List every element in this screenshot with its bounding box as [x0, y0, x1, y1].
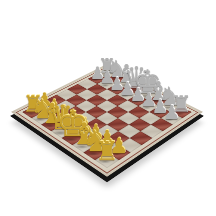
square-g2	[95, 138, 118, 152]
square-e1	[62, 131, 85, 145]
square-e3	[85, 118, 107, 131]
square-d1	[51, 125, 73, 138]
square-f2	[84, 131, 107, 145]
board-top-face	[11, 64, 203, 177]
square-h2	[107, 145, 131, 160]
square-g5	[129, 118, 151, 131]
square-h5	[140, 125, 162, 138]
square-h3	[119, 138, 142, 152]
square-h7	[161, 112, 183, 125]
square-d2	[63, 118, 85, 131]
square-h6	[151, 118, 173, 131]
square-g1	[83, 145, 107, 160]
chess-set-photo: ♜♞♝♛♚♝♞♜♟♟♟♟♟♟♟♟♟♟♟♟♟♟♟♟♜♞♝♛♚♝♞♜	[0, 0, 216, 216]
board-grid	[22, 69, 192, 168]
square-f3	[96, 125, 118, 138]
square-h1	[95, 153, 119, 169]
square-c1	[41, 118, 63, 131]
square-h4	[130, 131, 153, 145]
square-c2	[53, 112, 75, 125]
square-e4	[96, 112, 118, 125]
square-f5	[118, 112, 140, 125]
square-f1	[72, 138, 95, 152]
square-f4	[107, 118, 129, 131]
square-g4	[118, 125, 140, 138]
square-g3	[107, 131, 130, 145]
square-d3	[75, 112, 97, 125]
square-g6	[139, 112, 161, 125]
square-b1	[31, 112, 53, 125]
square-e2	[74, 125, 96, 138]
chess-board	[11, 64, 203, 177]
